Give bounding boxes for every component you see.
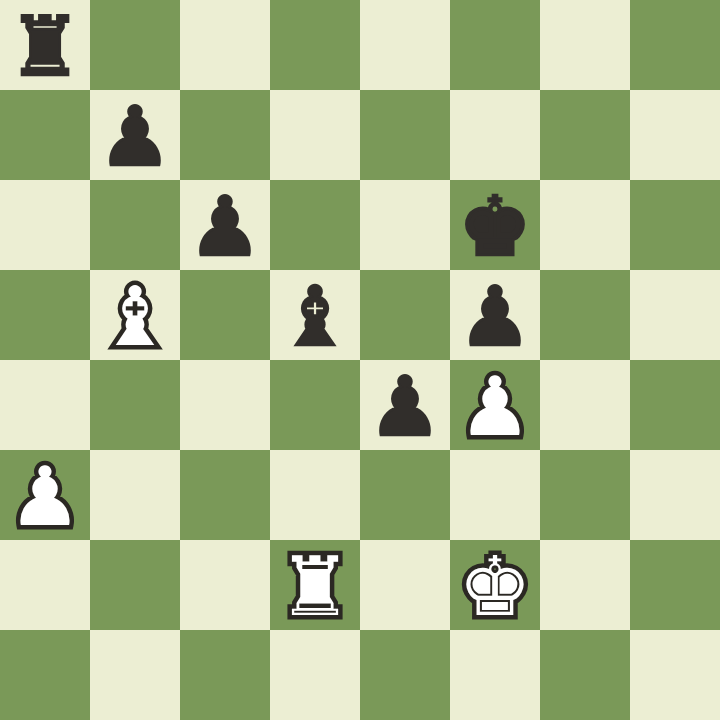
- chess-board: ♜♟♟♚♝♝♝♟♟♟♟♟♟♜♜♚♚: [0, 0, 720, 720]
- square-g3[interactable]: [540, 450, 630, 540]
- piece-fill-layer: ♟: [450, 362, 540, 452]
- square-a2[interactable]: [0, 540, 90, 630]
- square-e1[interactable]: [360, 630, 450, 720]
- square-c6[interactable]: ♟: [180, 180, 270, 270]
- square-g2[interactable]: [540, 540, 630, 630]
- square-e3[interactable]: [360, 450, 450, 540]
- square-e4[interactable]: ♟: [360, 360, 450, 450]
- square-f2[interactable]: ♚♚: [450, 540, 540, 630]
- square-d3[interactable]: [270, 450, 360, 540]
- piece-fill-layer: ♚: [450, 182, 540, 272]
- square-d8[interactable]: [270, 0, 360, 90]
- piece-fill-layer: ♝: [270, 272, 360, 362]
- square-b6[interactable]: [90, 180, 180, 270]
- square-h8[interactable]: [630, 0, 720, 90]
- square-d1[interactable]: [270, 630, 360, 720]
- square-b5[interactable]: ♝♝: [90, 270, 180, 360]
- square-b7[interactable]: ♟: [90, 90, 180, 180]
- square-c3[interactable]: [180, 450, 270, 540]
- square-d6[interactable]: [270, 180, 360, 270]
- square-g5[interactable]: [540, 270, 630, 360]
- square-h7[interactable]: [630, 90, 720, 180]
- square-f6[interactable]: ♚: [450, 180, 540, 270]
- square-b1[interactable]: [90, 630, 180, 720]
- square-h1[interactable]: [630, 630, 720, 720]
- piece-fill-layer: ♜: [270, 542, 360, 632]
- square-c8[interactable]: [180, 0, 270, 90]
- square-f4[interactable]: ♟♟: [450, 360, 540, 450]
- square-c7[interactable]: [180, 90, 270, 180]
- black-rook[interactable]: ♜: [0, 0, 90, 90]
- square-a3[interactable]: ♟♟: [0, 450, 90, 540]
- square-h5[interactable]: [630, 270, 720, 360]
- square-a6[interactable]: [0, 180, 90, 270]
- square-d7[interactable]: [270, 90, 360, 180]
- black-pawn[interactable]: ♟: [90, 90, 180, 180]
- square-a4[interactable]: [0, 360, 90, 450]
- square-b2[interactable]: [90, 540, 180, 630]
- black-pawn[interactable]: ♟: [180, 180, 270, 270]
- white-king[interactable]: ♚♚: [450, 540, 540, 630]
- black-pawn[interactable]: ♟: [450, 270, 540, 360]
- square-a7[interactable]: [0, 90, 90, 180]
- piece-fill-layer: ♝: [90, 272, 180, 362]
- square-b8[interactable]: [90, 0, 180, 90]
- square-c5[interactable]: [180, 270, 270, 360]
- square-g4[interactable]: [540, 360, 630, 450]
- square-g1[interactable]: [540, 630, 630, 720]
- white-rook[interactable]: ♜♜: [270, 540, 360, 630]
- square-c1[interactable]: [180, 630, 270, 720]
- white-bishop[interactable]: ♝♝: [90, 270, 180, 360]
- square-g6[interactable]: [540, 180, 630, 270]
- piece-fill-layer: ♟: [180, 182, 270, 272]
- piece-fill-layer: ♟: [0, 452, 90, 542]
- square-e8[interactable]: [360, 0, 450, 90]
- square-e2[interactable]: [360, 540, 450, 630]
- square-h2[interactable]: [630, 540, 720, 630]
- square-c2[interactable]: [180, 540, 270, 630]
- square-f3[interactable]: [450, 450, 540, 540]
- square-h4[interactable]: [630, 360, 720, 450]
- piece-fill-layer: ♟: [450, 272, 540, 362]
- square-a8[interactable]: ♜: [0, 0, 90, 90]
- square-d5[interactable]: ♝: [270, 270, 360, 360]
- white-pawn[interactable]: ♟♟: [450, 360, 540, 450]
- square-f5[interactable]: ♟: [450, 270, 540, 360]
- square-f7[interactable]: [450, 90, 540, 180]
- square-f8[interactable]: [450, 0, 540, 90]
- white-pawn[interactable]: ♟♟: [0, 450, 90, 540]
- square-h3[interactable]: [630, 450, 720, 540]
- piece-fill-layer: ♟: [90, 92, 180, 182]
- square-b3[interactable]: [90, 450, 180, 540]
- square-a1[interactable]: [0, 630, 90, 720]
- piece-fill-layer: ♜: [0, 2, 90, 92]
- black-bishop[interactable]: ♝: [270, 270, 360, 360]
- piece-fill-layer: ♟: [360, 362, 450, 452]
- square-g7[interactable]: [540, 90, 630, 180]
- square-a5[interactable]: [0, 270, 90, 360]
- square-c4[interactable]: [180, 360, 270, 450]
- black-pawn[interactable]: ♟: [360, 360, 450, 450]
- piece-fill-layer: ♚: [450, 542, 540, 632]
- square-f1[interactable]: [450, 630, 540, 720]
- square-d2[interactable]: ♜♜: [270, 540, 360, 630]
- black-king[interactable]: ♚: [450, 180, 540, 270]
- square-e6[interactable]: [360, 180, 450, 270]
- square-e7[interactable]: [360, 90, 450, 180]
- square-e5[interactable]: [360, 270, 450, 360]
- square-h6[interactable]: [630, 180, 720, 270]
- square-d4[interactable]: [270, 360, 360, 450]
- square-g8[interactable]: [540, 0, 630, 90]
- square-b4[interactable]: [90, 360, 180, 450]
